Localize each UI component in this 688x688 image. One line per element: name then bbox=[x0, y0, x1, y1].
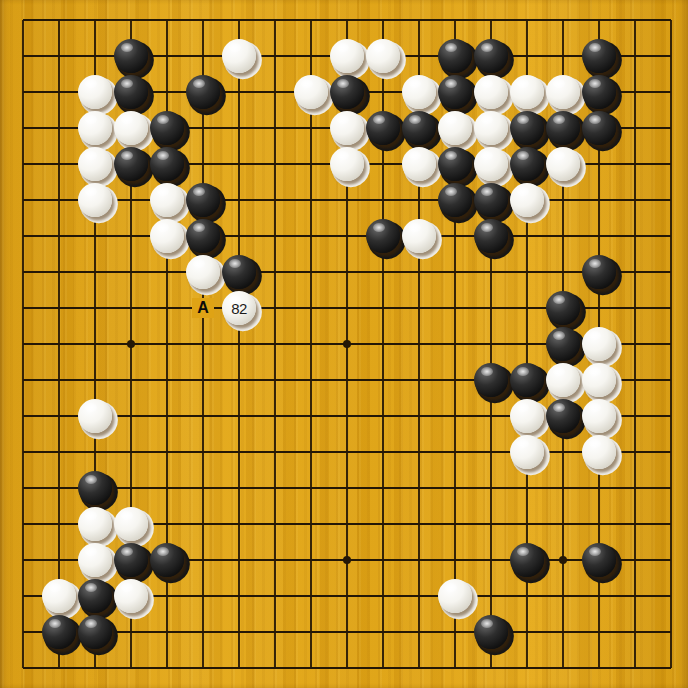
intersection-4-8[interactable] bbox=[149, 290, 185, 326]
intersection-9-17[interactable] bbox=[329, 614, 365, 650]
intersection-18-10[interactable] bbox=[653, 362, 688, 398]
intersection-18-16[interactable] bbox=[653, 578, 688, 614]
intersection-18-6[interactable] bbox=[653, 218, 688, 254]
black-stone[interactable]: ● bbox=[473, 218, 509, 254]
intersection-6-3[interactable] bbox=[221, 110, 257, 146]
stone-highlight bbox=[553, 79, 565, 88]
intersection-0-9[interactable] bbox=[5, 326, 41, 362]
intersection-4-7[interactable] bbox=[149, 254, 185, 290]
black-stone[interactable]: ● bbox=[41, 614, 77, 650]
intersection-0-2[interactable] bbox=[5, 74, 41, 110]
intersection-12-17[interactable] bbox=[437, 614, 473, 650]
intersection-7-9[interactable] bbox=[257, 326, 293, 362]
intersection-9-10[interactable] bbox=[329, 362, 365, 398]
intersection-15-12[interactable] bbox=[545, 434, 581, 470]
stone-highlight bbox=[481, 79, 493, 88]
intersection-11-9[interactable] bbox=[401, 326, 437, 362]
intersection-7-1[interactable] bbox=[257, 38, 293, 74]
intersection-5-0[interactable] bbox=[185, 2, 221, 38]
intersection-7-18[interactable] bbox=[257, 650, 293, 686]
white-stone[interactable]: ● bbox=[581, 434, 617, 470]
intersection-4-9[interactable] bbox=[149, 326, 185, 362]
intersection-18-7[interactable] bbox=[653, 254, 688, 290]
intersection-3-6[interactable] bbox=[113, 218, 149, 254]
intersection-16-16[interactable] bbox=[581, 578, 617, 614]
intersection-2-8[interactable] bbox=[77, 290, 113, 326]
intersection-2-0[interactable] bbox=[77, 2, 113, 38]
stone-highlight bbox=[121, 151, 133, 160]
intersection-8-8[interactable] bbox=[293, 290, 329, 326]
stone-highlight bbox=[121, 115, 133, 124]
intersection-16-5[interactable] bbox=[581, 182, 617, 218]
intersection-0-14[interactable] bbox=[5, 506, 41, 542]
intersection-14-13[interactable] bbox=[509, 470, 545, 506]
intersection-2-18[interactable] bbox=[77, 650, 113, 686]
intersection-14-8[interactable] bbox=[509, 290, 545, 326]
intersection-11-10[interactable] bbox=[401, 362, 437, 398]
intersection-18-8[interactable] bbox=[653, 290, 688, 326]
intersection-8-6[interactable] bbox=[293, 218, 329, 254]
intersection-15-6[interactable] bbox=[545, 218, 581, 254]
intersection-6-16[interactable] bbox=[221, 578, 257, 614]
intersection-12-9[interactable] bbox=[437, 326, 473, 362]
black-stone[interactable]: ● bbox=[473, 362, 509, 398]
intersection-7-5[interactable] bbox=[257, 182, 293, 218]
stone-highlight bbox=[553, 367, 565, 376]
intersection-12-6[interactable] bbox=[437, 218, 473, 254]
intersection-4-12[interactable] bbox=[149, 434, 185, 470]
intersection-4-17[interactable] bbox=[149, 614, 185, 650]
intersection-18-9[interactable] bbox=[653, 326, 688, 362]
intersection-17-18[interactable] bbox=[617, 650, 653, 686]
intersection-8-7[interactable] bbox=[293, 254, 329, 290]
stone-highlight bbox=[517, 547, 529, 556]
intersection-17-15[interactable] bbox=[617, 542, 653, 578]
intersection-9-7[interactable] bbox=[329, 254, 365, 290]
stone-highlight bbox=[229, 259, 241, 268]
intersection-13-13[interactable] bbox=[473, 470, 509, 506]
intersection-5-13[interactable] bbox=[185, 470, 221, 506]
intersection-9-15[interactable] bbox=[329, 542, 365, 578]
intersection-12-14[interactable] bbox=[437, 506, 473, 542]
intersection-9-13[interactable] bbox=[329, 470, 365, 506]
stone-highlight bbox=[193, 187, 205, 196]
stone-highlight bbox=[481, 619, 493, 628]
intersection-9-8[interactable] bbox=[329, 290, 365, 326]
intersection-5-8[interactable]: A bbox=[185, 290, 221, 326]
intersection-17-12[interactable] bbox=[617, 434, 653, 470]
intersection-8-18[interactable] bbox=[293, 650, 329, 686]
intersection-18-11[interactable] bbox=[653, 398, 688, 434]
intersection-0-12[interactable] bbox=[5, 434, 41, 470]
intersection-6-10[interactable] bbox=[221, 362, 257, 398]
white-stone[interactable]: ● bbox=[401, 146, 437, 182]
stone-highlight bbox=[589, 79, 601, 88]
stone-highlight bbox=[301, 79, 313, 88]
intersection-17-3[interactable] bbox=[617, 110, 653, 146]
intersection-0-4[interactable] bbox=[5, 146, 41, 182]
intersection-6-15[interactable] bbox=[221, 542, 257, 578]
intersection-6-9[interactable] bbox=[221, 326, 257, 362]
stone-highlight bbox=[409, 151, 421, 160]
black-stone[interactable]: ● bbox=[581, 542, 617, 578]
intersection-11-7[interactable] bbox=[401, 254, 437, 290]
stone-highlight bbox=[373, 223, 385, 232]
intersection-16-4[interactable] bbox=[581, 146, 617, 182]
intersection-14-17[interactable] bbox=[509, 614, 545, 650]
stone-highlight bbox=[517, 439, 529, 448]
intersection-5-16[interactable] bbox=[185, 578, 221, 614]
stone-highlight bbox=[481, 151, 493, 160]
intersection-1-7[interactable] bbox=[41, 254, 77, 290]
intersection-0-6[interactable] bbox=[5, 218, 41, 254]
intersection-0-13[interactable] bbox=[5, 470, 41, 506]
stone-highlight bbox=[373, 43, 385, 52]
intersection-8-11[interactable] bbox=[293, 398, 329, 434]
intersection-17-16[interactable] bbox=[617, 578, 653, 614]
intersection-5-9[interactable] bbox=[185, 326, 221, 362]
intersection-3-18[interactable] bbox=[113, 650, 149, 686]
intersection-11-12[interactable] bbox=[401, 434, 437, 470]
intersection-5-10[interactable] bbox=[185, 362, 221, 398]
intersection-4-16[interactable] bbox=[149, 578, 185, 614]
intersection-8-3[interactable] bbox=[293, 110, 329, 146]
intersection-15-18[interactable] bbox=[545, 650, 581, 686]
intersection-7-10[interactable] bbox=[257, 362, 293, 398]
intersection-2-11[interactable]: ● bbox=[77, 398, 113, 434]
stone-highlight bbox=[517, 187, 529, 196]
stone-highlight bbox=[553, 295, 565, 304]
board-cells: ●●●●●●●●●●●●●●●●●●●●●●●●●●●●●●●●●●●●●●●●… bbox=[5, 2, 688, 686]
stone-highlight bbox=[517, 403, 529, 412]
intersection-7-8[interactable] bbox=[257, 290, 293, 326]
intersection-12-8[interactable] bbox=[437, 290, 473, 326]
intersection-4-10[interactable] bbox=[149, 362, 185, 398]
intersection-0-1[interactable] bbox=[5, 38, 41, 74]
black-stone[interactable]: ● bbox=[365, 218, 401, 254]
intersection-1-6[interactable] bbox=[41, 218, 77, 254]
intersection-17-7[interactable] bbox=[617, 254, 653, 290]
white-stone[interactable]: ● bbox=[329, 146, 365, 182]
intersection-12-13[interactable] bbox=[437, 470, 473, 506]
intersection-14-7[interactable] bbox=[509, 254, 545, 290]
intersection-9-11[interactable] bbox=[329, 398, 365, 434]
intersection-16-17[interactable] bbox=[581, 614, 617, 650]
intersection-18-12[interactable] bbox=[653, 434, 688, 470]
stone-highlight bbox=[589, 403, 601, 412]
intersection-8-2[interactable]: ● bbox=[293, 74, 329, 110]
stone-highlight bbox=[85, 115, 97, 124]
stone-highlight bbox=[589, 547, 601, 556]
intersection-7-14[interactable] bbox=[257, 506, 293, 542]
intersection-9-6[interactable] bbox=[329, 218, 365, 254]
intersection-11-18[interactable] bbox=[401, 650, 437, 686]
intersection-17-13[interactable] bbox=[617, 470, 653, 506]
intersection-7-13[interactable] bbox=[257, 470, 293, 506]
intersection-8-13[interactable] bbox=[293, 470, 329, 506]
intersection-12-16[interactable]: ● bbox=[437, 578, 473, 614]
intersection-6-17[interactable] bbox=[221, 614, 257, 650]
intersection-15-15[interactable] bbox=[545, 542, 581, 578]
intersection-1-11[interactable] bbox=[41, 398, 77, 434]
intersection-10-13[interactable] bbox=[365, 470, 401, 506]
stone-highlight bbox=[193, 79, 205, 88]
intersection-10-11[interactable] bbox=[365, 398, 401, 434]
intersection-2-17[interactable]: ● bbox=[77, 614, 113, 650]
intersection-2-7[interactable] bbox=[77, 254, 113, 290]
intersection-1-10[interactable] bbox=[41, 362, 77, 398]
intersection-2-6[interactable] bbox=[77, 218, 113, 254]
intersection-8-17[interactable] bbox=[293, 614, 329, 650]
intersection-5-7[interactable]: ● bbox=[185, 254, 221, 290]
intersection-13-17[interactable]: ● bbox=[473, 614, 509, 650]
intersection-18-2[interactable] bbox=[653, 74, 688, 110]
intersection-8-5[interactable] bbox=[293, 182, 329, 218]
stone-highlight bbox=[121, 43, 133, 52]
intersection-6-13[interactable] bbox=[221, 470, 257, 506]
intersection-3-11[interactable] bbox=[113, 398, 149, 434]
intersection-1-5[interactable] bbox=[41, 182, 77, 218]
intersection-10-8[interactable] bbox=[365, 290, 401, 326]
intersection-18-17[interactable] bbox=[653, 614, 688, 650]
intersection-13-14[interactable] bbox=[473, 506, 509, 542]
intersection-3-9[interactable] bbox=[113, 326, 149, 362]
stone-highlight bbox=[49, 583, 61, 592]
intersection-8-15[interactable] bbox=[293, 542, 329, 578]
intersection-9-14[interactable] bbox=[329, 506, 365, 542]
intersection-0-18[interactable] bbox=[5, 650, 41, 686]
intersection-1-13[interactable] bbox=[41, 470, 77, 506]
intersection-9-4[interactable]: ● bbox=[329, 146, 365, 182]
go-board: ●●●●●●●●●●●●●●●●●●●●●●●●●●●●●●●●●●●●●●●●… bbox=[0, 0, 688, 688]
intersection-6-14[interactable] bbox=[221, 506, 257, 542]
intersection-11-8[interactable] bbox=[401, 290, 437, 326]
intersection-1-8[interactable] bbox=[41, 290, 77, 326]
intersection-0-15[interactable] bbox=[5, 542, 41, 578]
black-stone[interactable]: ● bbox=[77, 614, 113, 650]
intersection-8-14[interactable] bbox=[293, 506, 329, 542]
intersection-17-5[interactable] bbox=[617, 182, 653, 218]
intersection-5-11[interactable] bbox=[185, 398, 221, 434]
intersection-9-9[interactable] bbox=[329, 326, 365, 362]
intersection-14-12[interactable]: ● bbox=[509, 434, 545, 470]
intersection-10-17[interactable] bbox=[365, 614, 401, 650]
stone-highlight bbox=[85, 151, 97, 160]
intersection-10-14[interactable] bbox=[365, 506, 401, 542]
intersection-13-10[interactable]: ● bbox=[473, 362, 509, 398]
intersection-1-3[interactable] bbox=[41, 110, 77, 146]
intersection-4-6[interactable]: ● bbox=[149, 218, 185, 254]
intersection-11-4[interactable]: ● bbox=[401, 146, 437, 182]
intersection-3-5[interactable] bbox=[113, 182, 149, 218]
intersection-0-8[interactable] bbox=[5, 290, 41, 326]
intersection-4-11[interactable] bbox=[149, 398, 185, 434]
intersection-4-18[interactable] bbox=[149, 650, 185, 686]
intersection-10-18[interactable] bbox=[365, 650, 401, 686]
intersection-13-12[interactable] bbox=[473, 434, 509, 470]
intersection-18-18[interactable] bbox=[653, 650, 688, 686]
stone-highlight bbox=[49, 619, 61, 628]
intersection-1-17[interactable]: ● bbox=[41, 614, 77, 650]
intersection-13-8[interactable] bbox=[473, 290, 509, 326]
white-stone[interactable]: ●82 bbox=[221, 290, 257, 326]
intersection-8-12[interactable] bbox=[293, 434, 329, 470]
intersection-15-17[interactable] bbox=[545, 614, 581, 650]
intersection-17-4[interactable] bbox=[617, 146, 653, 182]
intersection-0-7[interactable] bbox=[5, 254, 41, 290]
intersection-13-11[interactable] bbox=[473, 398, 509, 434]
intersection-2-5[interactable]: ● bbox=[77, 182, 113, 218]
intersection-8-16[interactable] bbox=[293, 578, 329, 614]
intersection-0-5[interactable] bbox=[5, 182, 41, 218]
intersection-18-15[interactable] bbox=[653, 542, 688, 578]
intersection-12-12[interactable] bbox=[437, 434, 473, 470]
intersection-6-2[interactable] bbox=[221, 74, 257, 110]
intersection-1-18[interactable] bbox=[41, 650, 77, 686]
intersection-10-10[interactable] bbox=[365, 362, 401, 398]
white-stone[interactable]: ● bbox=[185, 254, 221, 290]
intersection-0-11[interactable] bbox=[5, 398, 41, 434]
black-stone[interactable]: ● bbox=[473, 614, 509, 650]
intersection-17-17[interactable] bbox=[617, 614, 653, 650]
intersection-7-17[interactable] bbox=[257, 614, 293, 650]
intersection-6-8[interactable]: ●82 bbox=[221, 290, 257, 326]
white-stone[interactable]: ● bbox=[77, 398, 113, 434]
intersection-10-4[interactable] bbox=[365, 146, 401, 182]
intersection-14-6[interactable] bbox=[509, 218, 545, 254]
stone-highlight bbox=[121, 79, 133, 88]
stone-highlight bbox=[409, 115, 421, 124]
white-stone[interactable]: ● bbox=[293, 74, 329, 110]
intersection-0-10[interactable] bbox=[5, 362, 41, 398]
white-stone[interactable]: ● bbox=[77, 182, 113, 218]
intersection-0-0[interactable] bbox=[5, 2, 41, 38]
intersection-11-16[interactable] bbox=[401, 578, 437, 614]
intersection-7-4[interactable] bbox=[257, 146, 293, 182]
intersection-7-11[interactable] bbox=[257, 398, 293, 434]
intersection-16-12[interactable]: ● bbox=[581, 434, 617, 470]
intersection-10-6[interactable]: ● bbox=[365, 218, 401, 254]
intersection-18-3[interactable] bbox=[653, 110, 688, 146]
stone-highlight bbox=[85, 619, 97, 628]
intersection-16-18[interactable] bbox=[581, 650, 617, 686]
stone-highlight bbox=[589, 367, 601, 376]
intersection-0-3[interactable] bbox=[5, 110, 41, 146]
intersection-8-9[interactable] bbox=[293, 326, 329, 362]
stone-highlight bbox=[229, 43, 241, 52]
black-stone[interactable]: ● bbox=[509, 542, 545, 578]
intersection-5-18[interactable] bbox=[185, 650, 221, 686]
intersection-3-17[interactable] bbox=[113, 614, 149, 650]
intersection-5-12[interactable] bbox=[185, 434, 221, 470]
intersection-12-11[interactable] bbox=[437, 398, 473, 434]
intersection-6-11[interactable] bbox=[221, 398, 257, 434]
intersection-12-10[interactable] bbox=[437, 362, 473, 398]
intersection-14-15[interactable]: ● bbox=[509, 542, 545, 578]
intersection-3-8[interactable] bbox=[113, 290, 149, 326]
intersection-12-18[interactable] bbox=[437, 650, 473, 686]
intersection-1-9[interactable] bbox=[41, 326, 77, 362]
intersection-0-17[interactable] bbox=[5, 614, 41, 650]
intersection-7-15[interactable] bbox=[257, 542, 293, 578]
intersection-7-12[interactable] bbox=[257, 434, 293, 470]
intersection-16-13[interactable] bbox=[581, 470, 617, 506]
intersection-7-3[interactable] bbox=[257, 110, 293, 146]
intersection-11-17[interactable] bbox=[401, 614, 437, 650]
intersection-15-0[interactable] bbox=[545, 2, 581, 38]
intersection-8-4[interactable] bbox=[293, 146, 329, 182]
intersection-9-5[interactable] bbox=[329, 182, 365, 218]
white-stone[interactable]: ● bbox=[149, 218, 185, 254]
stone-highlight bbox=[85, 547, 97, 556]
intersection-6-12[interactable] bbox=[221, 434, 257, 470]
intersection-18-1[interactable] bbox=[653, 38, 688, 74]
white-stone[interactable]: ● bbox=[509, 434, 545, 470]
intersection-13-7[interactable] bbox=[473, 254, 509, 290]
stone-highlight bbox=[517, 79, 529, 88]
intersection-10-9[interactable] bbox=[365, 326, 401, 362]
intersection-7-16[interactable] bbox=[257, 578, 293, 614]
intersection-18-5[interactable] bbox=[653, 182, 688, 218]
intersection-3-7[interactable] bbox=[113, 254, 149, 290]
intersection-15-16[interactable] bbox=[545, 578, 581, 614]
intersection-15-13[interactable] bbox=[545, 470, 581, 506]
intersection-0-16[interactable] bbox=[5, 578, 41, 614]
intersection-7-2[interactable] bbox=[257, 74, 293, 110]
intersection-9-12[interactable] bbox=[329, 434, 365, 470]
intersection-1-12[interactable] bbox=[41, 434, 77, 470]
white-stone[interactable]: ● bbox=[401, 218, 437, 254]
intersection-13-6[interactable]: ● bbox=[473, 218, 509, 254]
intersection-16-15[interactable]: ● bbox=[581, 542, 617, 578]
intersection-1-1[interactable] bbox=[41, 38, 77, 74]
intersection-18-0[interactable] bbox=[653, 2, 688, 38]
intersection-6-18[interactable] bbox=[221, 650, 257, 686]
intersection-10-16[interactable] bbox=[365, 578, 401, 614]
intersection-10-12[interactable] bbox=[365, 434, 401, 470]
intersection-1-2[interactable] bbox=[41, 74, 77, 110]
intersection-11-6[interactable]: ● bbox=[401, 218, 437, 254]
intersection-8-10[interactable] bbox=[293, 362, 329, 398]
intersection-18-13[interactable] bbox=[653, 470, 688, 506]
stone-highlight bbox=[481, 43, 493, 52]
intersection-12-7[interactable] bbox=[437, 254, 473, 290]
intersection-10-7[interactable] bbox=[365, 254, 401, 290]
stone-highlight bbox=[553, 115, 565, 124]
intersection-5-15[interactable] bbox=[185, 542, 221, 578]
intersection-1-14[interactable] bbox=[41, 506, 77, 542]
intersection-18-4[interactable] bbox=[653, 146, 688, 182]
intersection-13-18[interactable] bbox=[473, 650, 509, 686]
intersection-15-5[interactable] bbox=[545, 182, 581, 218]
intersection-9-18[interactable] bbox=[329, 650, 365, 686]
intersection-11-11[interactable] bbox=[401, 398, 437, 434]
white-stone[interactable]: ● bbox=[437, 578, 473, 614]
intersection-9-16[interactable] bbox=[329, 578, 365, 614]
intersection-2-9[interactable] bbox=[77, 326, 113, 362]
intersection-8-0[interactable] bbox=[293, 2, 329, 38]
stone-highlight bbox=[589, 331, 601, 340]
intersection-1-0[interactable] bbox=[41, 2, 77, 38]
intersection-11-14[interactable] bbox=[401, 506, 437, 542]
intersection-10-15[interactable] bbox=[365, 542, 401, 578]
intersection-5-17[interactable] bbox=[185, 614, 221, 650]
intersection-14-18[interactable] bbox=[509, 650, 545, 686]
intersection-18-14[interactable] bbox=[653, 506, 688, 542]
intersection-1-4[interactable] bbox=[41, 146, 77, 182]
intersection-11-15[interactable] bbox=[401, 542, 437, 578]
intersection-11-13[interactable] bbox=[401, 470, 437, 506]
